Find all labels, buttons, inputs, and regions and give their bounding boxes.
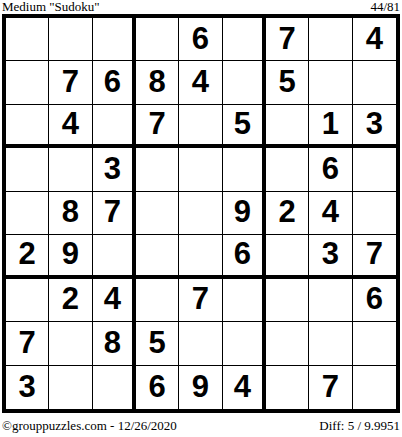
cell-r6c7-empty[interactable] xyxy=(266,235,309,278)
cell-r8c7-empty[interactable] xyxy=(266,322,309,365)
cell-r9c5-given[interactable]: 9 xyxy=(179,366,222,409)
cell-r2c8-empty[interactable] xyxy=(309,61,352,104)
cell-r3c3-empty[interactable] xyxy=(93,105,136,148)
puzzle-title: Medium "Sudoku" xyxy=(2,0,100,13)
cell-r4c9-empty[interactable] xyxy=(353,148,396,191)
cell-r3c8-given[interactable]: 1 xyxy=(309,105,352,148)
cell-r8c6-empty[interactable] xyxy=(223,322,266,365)
cell-r9c9-empty[interactable] xyxy=(353,366,396,409)
cell-r3c1-empty[interactable] xyxy=(6,105,49,148)
cell-r1c5-given[interactable]: 6 xyxy=(179,18,222,61)
empty-cells-counter: 44/81 xyxy=(370,0,400,13)
cell-r4c3-given[interactable]: 3 xyxy=(93,148,136,191)
cell-r8c8-empty[interactable] xyxy=(309,322,352,365)
cell-r7c8-empty[interactable] xyxy=(309,279,352,322)
cell-r4c8-given[interactable]: 6 xyxy=(309,148,352,191)
cell-r3c6-given[interactable]: 5 xyxy=(223,105,266,148)
cell-r8c3-given[interactable]: 8 xyxy=(93,322,136,365)
cell-r7c6-empty[interactable] xyxy=(223,279,266,322)
cell-r5c7-given[interactable]: 2 xyxy=(266,192,309,235)
sudoku-page: Medium "Sudoku" 44/81 674768454751336879… xyxy=(0,0,402,437)
cell-r1c3-empty[interactable] xyxy=(93,18,136,61)
cell-r8c1-given[interactable]: 7 xyxy=(6,322,49,365)
cell-r4c6-empty[interactable] xyxy=(223,148,266,191)
cell-r3c2-given[interactable]: 4 xyxy=(49,105,92,148)
cell-r4c5-empty[interactable] xyxy=(179,148,222,191)
cell-r6c4-empty[interactable] xyxy=(136,235,179,278)
cell-r2c5-given[interactable]: 4 xyxy=(179,61,222,104)
cell-r9c1-given[interactable]: 3 xyxy=(6,366,49,409)
cell-r5c5-empty[interactable] xyxy=(179,192,222,235)
cell-r7c2-given[interactable]: 2 xyxy=(49,279,92,322)
cell-r3c7-empty[interactable] xyxy=(266,105,309,148)
cell-r6c6-given[interactable]: 6 xyxy=(223,235,266,278)
cell-r7c1-empty[interactable] xyxy=(6,279,49,322)
cell-r5c1-empty[interactable] xyxy=(6,192,49,235)
copyright-credit: ©grouppuzzles.com - 12/26/2020 xyxy=(2,419,177,433)
cell-r8c4-given[interactable]: 5 xyxy=(136,322,179,365)
cell-r7c4-empty[interactable] xyxy=(136,279,179,322)
cell-r1c8-empty[interactable] xyxy=(309,18,352,61)
cell-r6c1-given[interactable]: 2 xyxy=(6,235,49,278)
cell-r2c9-empty[interactable] xyxy=(353,61,396,104)
cell-r4c2-empty[interactable] xyxy=(49,148,92,191)
cell-r5c6-given[interactable]: 9 xyxy=(223,192,266,235)
cell-r2c4-given[interactable]: 8 xyxy=(136,61,179,104)
cell-r9c8-given[interactable]: 7 xyxy=(309,366,352,409)
cell-r6c3-empty[interactable] xyxy=(93,235,136,278)
cell-r6c8-given[interactable]: 3 xyxy=(309,235,352,278)
cell-r8c9-empty[interactable] xyxy=(353,322,396,365)
cell-r4c4-empty[interactable] xyxy=(136,148,179,191)
cell-r8c2-empty[interactable] xyxy=(49,322,92,365)
cell-r4c7-empty[interactable] xyxy=(266,148,309,191)
cell-r1c2-empty[interactable] xyxy=(49,18,92,61)
cell-r6c5-empty[interactable] xyxy=(179,235,222,278)
cell-r2c3-given[interactable]: 6 xyxy=(93,61,136,104)
cell-r2c2-given[interactable]: 7 xyxy=(49,61,92,104)
cell-r8c5-empty[interactable] xyxy=(179,322,222,365)
cell-r9c2-empty[interactable] xyxy=(49,366,92,409)
cell-r9c3-empty[interactable] xyxy=(93,366,136,409)
difficulty-label: Diff: 5 / 9.9951 xyxy=(319,419,400,433)
footer: ©grouppuzzles.com - 12/26/2020 Diff: 5 /… xyxy=(0,419,402,433)
cell-r3c4-given[interactable]: 7 xyxy=(136,105,179,148)
cell-r7c7-empty[interactable] xyxy=(266,279,309,322)
cell-r1c1-empty[interactable] xyxy=(6,18,49,61)
cell-r6c9-given[interactable]: 7 xyxy=(353,235,396,278)
cell-r9c4-given[interactable]: 6 xyxy=(136,366,179,409)
cell-r4c1-empty[interactable] xyxy=(6,148,49,191)
cell-r1c6-empty[interactable] xyxy=(223,18,266,61)
cell-r2c1-empty[interactable] xyxy=(6,61,49,104)
cell-r7c9-given[interactable]: 6 xyxy=(353,279,396,322)
cell-r5c4-empty[interactable] xyxy=(136,192,179,235)
sudoku-board: 6747684547513368792429637247678536947 xyxy=(2,14,400,413)
cell-r5c2-given[interactable]: 8 xyxy=(49,192,92,235)
cell-r9c7-empty[interactable] xyxy=(266,366,309,409)
cell-r1c9-given[interactable]: 4 xyxy=(353,18,396,61)
cell-r1c7-given[interactable]: 7 xyxy=(266,18,309,61)
cell-r5c9-empty[interactable] xyxy=(353,192,396,235)
cell-r5c8-given[interactable]: 4 xyxy=(309,192,352,235)
cell-r7c5-given[interactable]: 7 xyxy=(179,279,222,322)
cell-r5c3-given[interactable]: 7 xyxy=(93,192,136,235)
header: Medium "Sudoku" 44/81 xyxy=(0,0,402,14)
cell-r2c6-empty[interactable] xyxy=(223,61,266,104)
cell-r3c5-empty[interactable] xyxy=(179,105,222,148)
cell-r9c6-given[interactable]: 4 xyxy=(223,366,266,409)
cell-r7c3-given[interactable]: 4 xyxy=(93,279,136,322)
cell-r3c9-given[interactable]: 3 xyxy=(353,105,396,148)
cell-r6c2-given[interactable]: 9 xyxy=(49,235,92,278)
cell-r1c4-empty[interactable] xyxy=(136,18,179,61)
cell-r2c7-given[interactable]: 5 xyxy=(266,61,309,104)
